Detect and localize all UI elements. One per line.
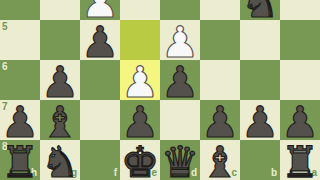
piece-black-rook-a8[interactable]: ♜: [280, 142, 320, 180]
square-d6[interactable]: ♟: [160, 60, 200, 100]
square-c4[interactable]: [200, 0, 240, 20]
square-b7[interactable]: ♟: [240, 100, 280, 140]
square-c5[interactable]: [200, 20, 240, 60]
piece-black-king-e8[interactable]: ♚: [120, 142, 160, 180]
piece-black-knight-g8[interactable]: ♞: [40, 142, 80, 180]
piece-black-bishop-g7[interactable]: ♝: [40, 102, 80, 142]
square-a8[interactable]: a♜: [280, 140, 320, 180]
square-f8[interactable]: f: [80, 140, 120, 180]
square-h7[interactable]: 7♟: [0, 100, 40, 140]
piece-black-pawn-f5[interactable]: ♟: [80, 22, 120, 62]
square-f5[interactable]: ♟: [80, 20, 120, 60]
square-g4[interactable]: [40, 0, 80, 20]
piece-black-pawn-g6[interactable]: ♟: [40, 62, 80, 102]
square-e7[interactable]: ♟: [120, 100, 160, 140]
square-d5[interactable]: ♟: [160, 20, 200, 60]
square-e5[interactable]: [120, 20, 160, 60]
square-c6[interactable]: [200, 60, 240, 100]
square-a4[interactable]: [280, 0, 320, 20]
square-g6[interactable]: ♟: [40, 60, 80, 100]
chess-board-viewport: ♟♞5♟♟6♟♟♟7♟♝♟♟♟♟8h♜g♞fe♚d♛c♝ba♜: [0, 0, 320, 180]
square-g5[interactable]: [40, 20, 80, 60]
square-h4[interactable]: [0, 0, 40, 20]
square-g7[interactable]: ♝: [40, 100, 80, 140]
piece-black-rook-h8[interactable]: ♜: [0, 142, 40, 180]
piece-black-pawn-b7[interactable]: ♟: [240, 102, 280, 142]
piece-black-pawn-a7[interactable]: ♟: [280, 102, 320, 142]
piece-black-queen-d8[interactable]: ♛: [160, 142, 200, 180]
piece-black-pawn-c7[interactable]: ♟: [200, 102, 240, 142]
rank-label-6: 6: [2, 62, 8, 72]
square-b6[interactable]: [240, 60, 280, 100]
piece-white-pawn-e6[interactable]: ♟: [120, 62, 160, 102]
square-b8[interactable]: b: [240, 140, 280, 180]
square-c7[interactable]: ♟: [200, 100, 240, 140]
square-c8[interactable]: c♝: [200, 140, 240, 180]
rank-label-5: 5: [2, 22, 8, 32]
piece-black-bishop-c8[interactable]: ♝: [200, 142, 240, 180]
file-label-f: f: [114, 168, 117, 178]
piece-black-pawn-d6[interactable]: ♟: [160, 62, 200, 102]
square-a6[interactable]: [280, 60, 320, 100]
square-d8[interactable]: d♛: [160, 140, 200, 180]
piece-black-knight-b4[interactable]: ♞: [240, 0, 280, 22]
file-label-b: b: [271, 168, 277, 178]
square-h8[interactable]: 8h♜: [0, 140, 40, 180]
square-a5[interactable]: [280, 20, 320, 60]
square-b4[interactable]: ♞: [240, 0, 280, 20]
square-d7[interactable]: [160, 100, 200, 140]
square-e4[interactable]: [120, 0, 160, 20]
square-h6[interactable]: 6: [0, 60, 40, 100]
piece-black-pawn-e7[interactable]: ♟: [120, 102, 160, 142]
square-e6[interactable]: ♟: [120, 60, 160, 100]
square-f6[interactable]: [80, 60, 120, 100]
piece-white-pawn-d5[interactable]: ♟: [160, 22, 200, 62]
chess-board[interactable]: ♟♞5♟♟6♟♟♟7♟♝♟♟♟♟8h♜g♞fe♚d♛c♝ba♜: [0, 0, 320, 180]
square-e8[interactable]: e♚: [120, 140, 160, 180]
square-f7[interactable]: [80, 100, 120, 140]
square-g8[interactable]: g♞: [40, 140, 80, 180]
square-b5[interactable]: [240, 20, 280, 60]
square-a7[interactable]: ♟: [280, 100, 320, 140]
square-h5[interactable]: 5: [0, 20, 40, 60]
piece-black-pawn-h7[interactable]: ♟: [0, 102, 40, 142]
